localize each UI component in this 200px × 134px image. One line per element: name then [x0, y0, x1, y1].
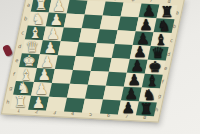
- square-c8: ♝: [151, 32, 172, 47]
- square-b8: ♞: [154, 18, 175, 33]
- square-a8: ♜: [157, 4, 178, 19]
- square-d8: ♛: [148, 46, 169, 61]
- square-e8: ♚: [145, 60, 166, 75]
- board-grid: ♜♟♟♜♞♟♟♞♝♟♟♝♛♟♟♛♚♟♟♚♝♟♟♝♞♟♟♞♜♟♟♜: [10, 0, 177, 116]
- square-h8: ♜: [136, 101, 157, 116]
- chess-board: 12345678 12345678 abcdefgh abcdefgh ♜♟♟♜…: [1, 0, 185, 123]
- square-f8: ♝: [142, 74, 163, 89]
- white-pawn: ♟: [29, 96, 47, 111]
- small-red-object: [2, 44, 13, 57]
- photo-scene: 12345678 12345678 abcdefgh abcdefgh ♜♟♟♜…: [0, 0, 200, 134]
- square-g8: ♞: [139, 88, 160, 103]
- black-pawn: ♟: [119, 101, 137, 116]
- white-rook: ♜: [11, 95, 29, 110]
- black-rook: ♜: [137, 102, 155, 117]
